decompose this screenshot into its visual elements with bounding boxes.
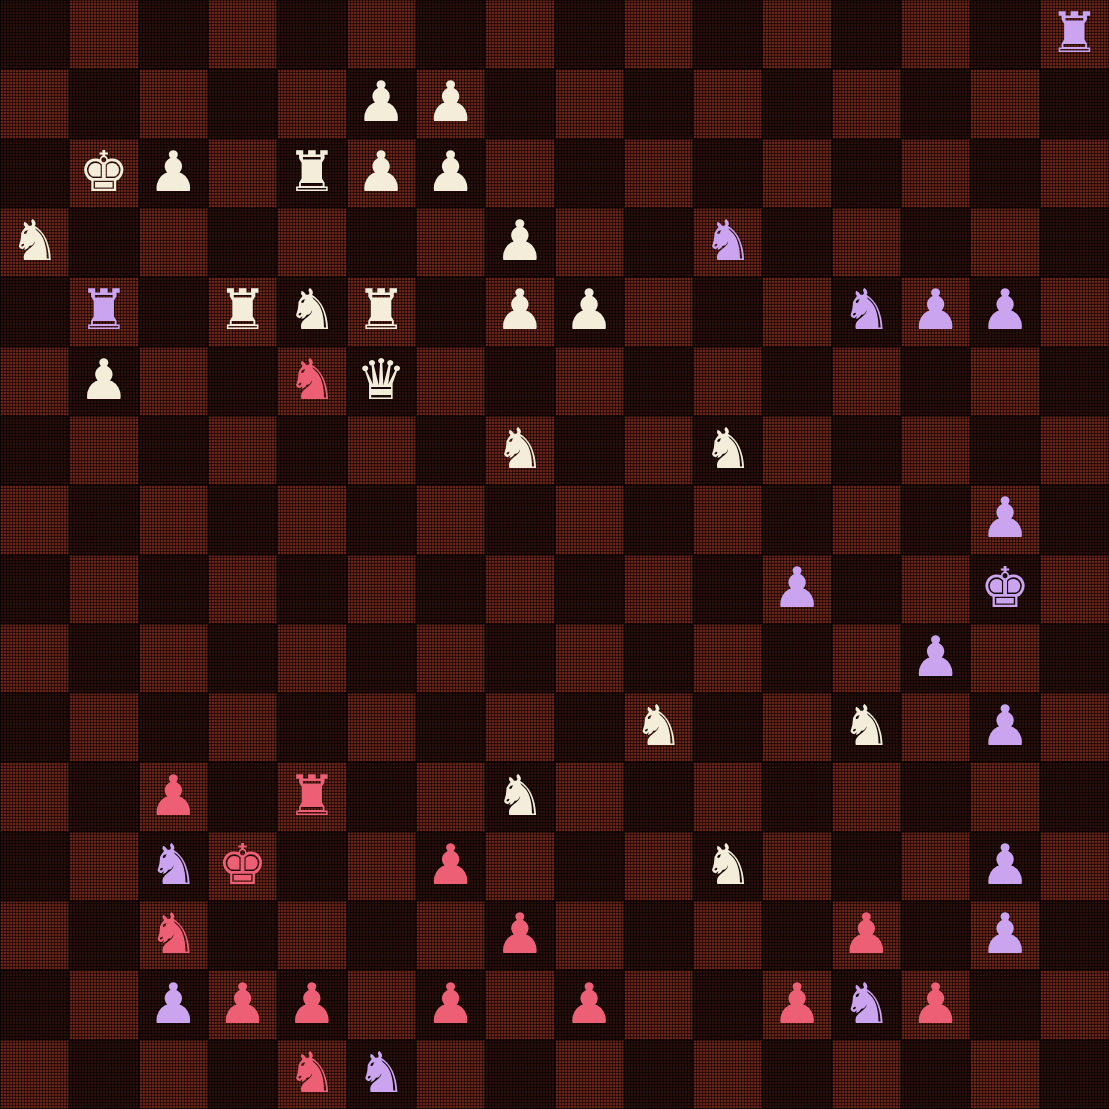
square-r11-c12[interactable] (832, 762, 901, 831)
square-r9-c10[interactable] (693, 624, 762, 693)
square-r0-c15[interactable]: ♜ (1040, 0, 1109, 69)
square-r12-c7[interactable] (485, 832, 554, 901)
square-r10-c6[interactable] (416, 693, 485, 762)
square-r15-c11[interactable] (762, 1040, 831, 1109)
square-r9-c12[interactable] (832, 624, 901, 693)
square-r12-c8[interactable] (555, 832, 624, 901)
square-r13-c9[interactable] (624, 901, 693, 970)
square-r12-c2[interactable]: ♞ (139, 832, 208, 901)
white-pawn: ♟ (356, 137, 406, 206)
square-r10-c0[interactable] (0, 693, 69, 762)
square-r2-c2[interactable]: ♟ (139, 139, 208, 208)
square-r0-c14[interactable] (970, 0, 1039, 69)
square-r2-c0[interactable] (0, 139, 69, 208)
square-r5-c0[interactable] (0, 347, 69, 416)
square-r1-c5[interactable]: ♟ (347, 69, 416, 138)
red-pawn: ♟ (217, 969, 267, 1038)
white-pawn: ♟ (148, 137, 198, 206)
square-r4-c10[interactable] (693, 277, 762, 346)
square-r12-c6[interactable]: ♟ (416, 832, 485, 901)
square-r14-c0[interactable] (0, 970, 69, 1039)
square-r4-c7[interactable]: ♟ (485, 277, 554, 346)
square-r7-c5[interactable] (347, 485, 416, 554)
square-r15-c6[interactable] (416, 1040, 485, 1109)
square-r8-c3[interactable] (208, 555, 277, 624)
square-r4-c2[interactable] (139, 277, 208, 346)
purple-rook: ♜ (1049, 0, 1099, 67)
square-r3-c2[interactable] (139, 208, 208, 277)
square-r3-c1[interactable] (69, 208, 138, 277)
square-r14-c2[interactable]: ♟ (139, 970, 208, 1039)
square-r12-c15[interactable] (1040, 832, 1109, 901)
square-r12-c1[interactable] (69, 832, 138, 901)
square-r10-c5[interactable] (347, 693, 416, 762)
square-r10-c10[interactable] (693, 693, 762, 762)
square-r8-c15[interactable] (1040, 555, 1109, 624)
white-knight: ♞ (495, 761, 545, 830)
square-r8-c11[interactable]: ♟ (762, 555, 831, 624)
square-r3-c9[interactable] (624, 208, 693, 277)
square-r6-c0[interactable] (0, 416, 69, 485)
purple-knight: ♞ (703, 206, 753, 275)
square-r6-c13[interactable] (901, 416, 970, 485)
square-r13-c0[interactable] (0, 901, 69, 970)
square-r9-c3[interactable] (208, 624, 277, 693)
square-r13-c10[interactable] (693, 901, 762, 970)
square-r2-c5[interactable]: ♟ (347, 139, 416, 208)
white-rook: ♜ (217, 275, 267, 344)
square-r10-c8[interactable] (555, 693, 624, 762)
square-r12-c12[interactable] (832, 832, 901, 901)
square-r4-c3[interactable]: ♜ (208, 277, 277, 346)
square-r7-c11[interactable] (762, 485, 831, 554)
square-r4-c1[interactable]: ♜ (69, 277, 138, 346)
square-r7-c12[interactable] (832, 485, 901, 554)
square-r15-c4[interactable]: ♞ (277, 1040, 346, 1109)
square-r14-c7[interactable] (485, 970, 554, 1039)
square-r10-c13[interactable] (901, 693, 970, 762)
square-r15-c3[interactable] (208, 1040, 277, 1109)
square-r4-c15[interactable] (1040, 277, 1109, 346)
purple-pawn: ♟ (980, 483, 1030, 552)
square-r11-c15[interactable] (1040, 762, 1109, 831)
square-r5-c7[interactable] (485, 347, 554, 416)
white-knight: ♞ (495, 414, 545, 483)
square-r14-c9[interactable] (624, 970, 693, 1039)
square-r10-c15[interactable] (1040, 693, 1109, 762)
square-r11-c7[interactable]: ♞ (485, 762, 554, 831)
square-r11-c9[interactable] (624, 762, 693, 831)
square-r15-c14[interactable] (970, 1040, 1039, 1109)
square-r10-c2[interactable] (139, 693, 208, 762)
square-r2-c10[interactable] (693, 139, 762, 208)
purple-pawn: ♟ (980, 691, 1030, 760)
purple-pawn: ♟ (772, 553, 822, 622)
square-r13-c4[interactable] (277, 901, 346, 970)
square-r13-c8[interactable] (555, 901, 624, 970)
square-r13-c3[interactable] (208, 901, 277, 970)
square-r8-c4[interactable] (277, 555, 346, 624)
purple-knight: ♞ (148, 830, 198, 899)
square-r7-c2[interactable] (139, 485, 208, 554)
square-r11-c6[interactable] (416, 762, 485, 831)
square-r5-c10[interactable] (693, 347, 762, 416)
square-r3-c7[interactable]: ♟ (485, 208, 554, 277)
square-r3-c6[interactable] (416, 208, 485, 277)
square-r15-c2[interactable] (139, 1040, 208, 1109)
square-r7-c1[interactable] (69, 485, 138, 554)
square-r9-c7[interactable] (485, 624, 554, 693)
square-r8-c14[interactable]: ♚ (970, 555, 1039, 624)
purple-knight: ♞ (841, 969, 891, 1038)
square-r14-c6[interactable]: ♟ (416, 970, 485, 1039)
square-r6-c9[interactable] (624, 416, 693, 485)
square-r13-c11[interactable] (762, 901, 831, 970)
square-r7-c3[interactable] (208, 485, 277, 554)
square-r15-c5[interactable]: ♞ (347, 1040, 416, 1109)
square-r5-c2[interactable] (139, 347, 208, 416)
square-r8-c5[interactable] (347, 555, 416, 624)
square-r12-c3[interactable]: ♚ (208, 832, 277, 901)
square-r2-c14[interactable] (970, 139, 1039, 208)
square-r0-c4[interactable] (277, 0, 346, 69)
square-r2-c6[interactable]: ♟ (416, 139, 485, 208)
square-r7-c9[interactable] (624, 485, 693, 554)
square-r5-c14[interactable] (970, 347, 1039, 416)
square-r4-c0[interactable] (0, 277, 69, 346)
white-pawn: ♟ (356, 67, 406, 136)
square-r6-c1[interactable] (69, 416, 138, 485)
square-r14-c8[interactable]: ♟ (555, 970, 624, 1039)
square-r6-c15[interactable] (1040, 416, 1109, 485)
square-r4-c9[interactable] (624, 277, 693, 346)
square-r6-c5[interactable] (347, 416, 416, 485)
square-r5-c12[interactable] (832, 347, 901, 416)
square-r13-c7[interactable]: ♟ (485, 901, 554, 970)
square-r12-c10[interactable]: ♞ (693, 832, 762, 901)
square-r15-c10[interactable] (693, 1040, 762, 1109)
square-r10-c14[interactable]: ♟ (970, 693, 1039, 762)
white-king: ♚ (79, 137, 129, 206)
white-pawn: ♟ (425, 67, 475, 136)
square-r2-c8[interactable] (555, 139, 624, 208)
square-r15-c15[interactable] (1040, 1040, 1109, 1109)
square-r1-c6[interactable]: ♟ (416, 69, 485, 138)
square-r12-c5[interactable] (347, 832, 416, 901)
white-knight: ♞ (841, 691, 891, 760)
square-r9-c5[interactable] (347, 624, 416, 693)
square-r14-c15[interactable] (1040, 970, 1109, 1039)
square-r14-c4[interactable]: ♟ (277, 970, 346, 1039)
square-r3-c0[interactable]: ♞ (0, 208, 69, 277)
square-r11-c11[interactable] (762, 762, 831, 831)
square-r0-c10[interactable] (693, 0, 762, 69)
purple-pawn: ♟ (980, 830, 1030, 899)
square-r3-c3[interactable] (208, 208, 277, 277)
square-r1-c13[interactable] (901, 69, 970, 138)
square-r11-c1[interactable] (69, 762, 138, 831)
square-r5-c3[interactable] (208, 347, 277, 416)
purple-pawn: ♟ (148, 969, 198, 1038)
square-r2-c1[interactable]: ♚ (69, 139, 138, 208)
square-r8-c13[interactable] (901, 555, 970, 624)
square-r3-c8[interactable] (555, 208, 624, 277)
white-knight: ♞ (10, 206, 60, 275)
square-r10-c1[interactable] (69, 693, 138, 762)
square-r13-c15[interactable] (1040, 901, 1109, 970)
red-pawn: ♟ (287, 969, 337, 1038)
square-r10-c11[interactable] (762, 693, 831, 762)
square-r11-c5[interactable] (347, 762, 416, 831)
square-r15-c7[interactable] (485, 1040, 554, 1109)
square-r14-c1[interactable] (69, 970, 138, 1039)
red-pawn: ♟ (425, 830, 475, 899)
square-r3-c4[interactable] (277, 208, 346, 277)
square-r13-c1[interactable] (69, 901, 138, 970)
square-r0-c13[interactable] (901, 0, 970, 69)
square-r12-c13[interactable] (901, 832, 970, 901)
square-r5-c6[interactable] (416, 347, 485, 416)
square-r13-c2[interactable]: ♞ (139, 901, 208, 970)
square-r6-c10[interactable]: ♞ (693, 416, 762, 485)
square-r1-c12[interactable] (832, 69, 901, 138)
square-r14-c14[interactable] (970, 970, 1039, 1039)
square-r15-c9[interactable] (624, 1040, 693, 1109)
square-r11-c2[interactable]: ♟ (139, 762, 208, 831)
square-r8-c12[interactable] (832, 555, 901, 624)
square-r9-c9[interactable] (624, 624, 693, 693)
square-r6-c11[interactable] (762, 416, 831, 485)
square-r1-c1[interactable] (69, 69, 138, 138)
square-r5-c4[interactable]: ♞ (277, 347, 346, 416)
square-r13-c5[interactable] (347, 901, 416, 970)
square-r4-c13[interactable]: ♟ (901, 277, 970, 346)
square-r0-c11[interactable] (762, 0, 831, 69)
square-r1-c14[interactable] (970, 69, 1039, 138)
square-r8-c9[interactable] (624, 555, 693, 624)
square-r15-c0[interactable] (0, 1040, 69, 1109)
square-r5-c1[interactable]: ♟ (69, 347, 138, 416)
square-r1-c8[interactable] (555, 69, 624, 138)
red-pawn: ♟ (495, 899, 545, 968)
red-pawn: ♟ (425, 969, 475, 1038)
square-r14-c10[interactable] (693, 970, 762, 1039)
square-r9-c13[interactable]: ♟ (901, 624, 970, 693)
red-pawn: ♟ (841, 899, 891, 968)
square-r9-c8[interactable] (555, 624, 624, 693)
board-wrap: ♜♟♟♚♟♜♟♟♞♟♞♜♜♞♜♟♟♞♟♟♟♞♛♞♞♟♟♚♟♞♞♟♟♜♞♞♚♟♞♟… (0, 0, 1109, 1109)
square-r6-c4[interactable] (277, 416, 346, 485)
square-r14-c13[interactable]: ♟ (901, 970, 970, 1039)
square-r5-c8[interactable] (555, 347, 624, 416)
square-r5-c5[interactable]: ♛ (347, 347, 416, 416)
square-r3-c5[interactable] (347, 208, 416, 277)
square-r7-c10[interactable] (693, 485, 762, 554)
square-r1-c11[interactable] (762, 69, 831, 138)
square-r11-c3[interactable] (208, 762, 277, 831)
square-r7-c13[interactable] (901, 485, 970, 554)
square-r4-c14[interactable]: ♟ (970, 277, 1039, 346)
square-r1-c3[interactable] (208, 69, 277, 138)
square-r2-c9[interactable] (624, 139, 693, 208)
square-r8-c1[interactable] (69, 555, 138, 624)
square-r11-c0[interactable] (0, 762, 69, 831)
square-r0-c7[interactable] (485, 0, 554, 69)
red-knight: ♞ (287, 345, 337, 414)
square-r9-c2[interactable] (139, 624, 208, 693)
square-r13-c13[interactable] (901, 901, 970, 970)
white-pawn: ♟ (425, 137, 475, 206)
square-r14-c12[interactable]: ♞ (832, 970, 901, 1039)
square-r7-c15[interactable] (1040, 485, 1109, 554)
square-r7-c0[interactable] (0, 485, 69, 554)
square-r9-c4[interactable] (277, 624, 346, 693)
purple-pawn: ♟ (980, 275, 1030, 344)
square-r2-c11[interactable] (762, 139, 831, 208)
square-r0-c12[interactable] (832, 0, 901, 69)
square-r2-c12[interactable] (832, 139, 901, 208)
square-r10-c7[interactable] (485, 693, 554, 762)
square-r5-c13[interactable] (901, 347, 970, 416)
square-r6-c2[interactable] (139, 416, 208, 485)
square-r15-c8[interactable] (555, 1040, 624, 1109)
square-r8-c0[interactable] (0, 555, 69, 624)
square-r3-c15[interactable] (1040, 208, 1109, 277)
square-r2-c3[interactable] (208, 139, 277, 208)
square-r10-c9[interactable]: ♞ (624, 693, 693, 762)
square-r8-c8[interactable] (555, 555, 624, 624)
purple-rook: ♜ (79, 275, 129, 344)
square-r12-c14[interactable]: ♟ (970, 832, 1039, 901)
square-r6-c3[interactable] (208, 416, 277, 485)
square-r0-c6[interactable] (416, 0, 485, 69)
square-r1-c2[interactable] (139, 69, 208, 138)
square-r11-c8[interactable] (555, 762, 624, 831)
square-r5-c11[interactable] (762, 347, 831, 416)
square-r1-c9[interactable] (624, 69, 693, 138)
square-r7-c14[interactable]: ♟ (970, 485, 1039, 554)
white-queen: ♛ (356, 345, 406, 414)
red-knight: ♞ (148, 899, 198, 968)
white-rook: ♜ (287, 137, 337, 206)
square-r13-c6[interactable] (416, 901, 485, 970)
white-knight: ♞ (703, 830, 753, 899)
square-r9-c1[interactable] (69, 624, 138, 693)
square-r4-c8[interactable]: ♟ (555, 277, 624, 346)
square-r15-c13[interactable] (901, 1040, 970, 1109)
square-r12-c4[interactable] (277, 832, 346, 901)
square-r11-c4[interactable]: ♜ (277, 762, 346, 831)
square-r8-c10[interactable] (693, 555, 762, 624)
square-r14-c5[interactable] (347, 970, 416, 1039)
square-r0-c3[interactable] (208, 0, 277, 69)
square-r4-c6[interactable] (416, 277, 485, 346)
square-r6-c12[interactable] (832, 416, 901, 485)
square-r2-c13[interactable] (901, 139, 970, 208)
square-r10-c4[interactable] (277, 693, 346, 762)
square-r0-c1[interactable] (69, 0, 138, 69)
square-r0-c9[interactable] (624, 0, 693, 69)
square-r11-c14[interactable] (970, 762, 1039, 831)
square-r7-c6[interactable] (416, 485, 485, 554)
square-r12-c11[interactable] (762, 832, 831, 901)
square-r6-c8[interactable] (555, 416, 624, 485)
square-r0-c2[interactable] (139, 0, 208, 69)
square-r12-c0[interactable] (0, 832, 69, 901)
square-r2-c4[interactable]: ♜ (277, 139, 346, 208)
square-r1-c4[interactable] (277, 69, 346, 138)
white-pawn: ♟ (79, 345, 129, 414)
square-r5-c9[interactable] (624, 347, 693, 416)
square-r14-c11[interactable]: ♟ (762, 970, 831, 1039)
square-r1-c15[interactable] (1040, 69, 1109, 138)
square-r11-c13[interactable] (901, 762, 970, 831)
square-r6-c6[interactable] (416, 416, 485, 485)
square-r4-c12[interactable]: ♞ (832, 277, 901, 346)
square-r1-c7[interactable] (485, 69, 554, 138)
square-r8-c7[interactable] (485, 555, 554, 624)
square-r3-c14[interactable] (970, 208, 1039, 277)
square-r9-c11[interactable] (762, 624, 831, 693)
square-r7-c7[interactable] (485, 485, 554, 554)
white-knight: ♞ (633, 691, 683, 760)
square-r9-c0[interactable] (0, 624, 69, 693)
square-r9-c14[interactable] (970, 624, 1039, 693)
square-r3-c11[interactable] (762, 208, 831, 277)
square-r0-c5[interactable] (347, 0, 416, 69)
red-knight: ♞ (287, 1038, 337, 1107)
square-r3-c13[interactable] (901, 208, 970, 277)
red-pawn: ♟ (564, 969, 614, 1038)
square-r1-c0[interactable] (0, 69, 69, 138)
square-r7-c8[interactable] (555, 485, 624, 554)
red-pawn: ♟ (148, 761, 198, 830)
square-r6-c14[interactable] (970, 416, 1039, 485)
square-r0-c0[interactable] (0, 0, 69, 69)
square-r14-c3[interactable]: ♟ (208, 970, 277, 1039)
white-rook: ♜ (356, 275, 406, 344)
square-r4-c4[interactable]: ♞ (277, 277, 346, 346)
square-r15-c12[interactable] (832, 1040, 901, 1109)
square-r4-c5[interactable]: ♜ (347, 277, 416, 346)
square-r2-c15[interactable] (1040, 139, 1109, 208)
square-r4-c11[interactable] (762, 277, 831, 346)
square-r9-c15[interactable] (1040, 624, 1109, 693)
white-pawn: ♟ (495, 206, 545, 275)
square-r11-c10[interactable] (693, 762, 762, 831)
square-r6-c7[interactable]: ♞ (485, 416, 554, 485)
square-r15-c1[interactable] (69, 1040, 138, 1109)
square-r3-c12[interactable] (832, 208, 901, 277)
square-r3-c10[interactable]: ♞ (693, 208, 762, 277)
square-r0-c8[interactable] (555, 0, 624, 69)
white-pawn: ♟ (564, 275, 614, 344)
square-r2-c7[interactable] (485, 139, 554, 208)
square-r1-c10[interactable] (693, 69, 762, 138)
square-r8-c6[interactable] (416, 555, 485, 624)
square-r12-c9[interactable] (624, 832, 693, 901)
red-pawn: ♟ (772, 969, 822, 1038)
square-r7-c4[interactable] (277, 485, 346, 554)
white-pawn: ♟ (495, 275, 545, 344)
square-r8-c2[interactable] (139, 555, 208, 624)
square-r10-c12[interactable]: ♞ (832, 693, 901, 762)
square-r13-c12[interactable]: ♟ (832, 901, 901, 970)
square-r9-c6[interactable] (416, 624, 485, 693)
square-r10-c3[interactable] (208, 693, 277, 762)
square-r5-c15[interactable] (1040, 347, 1109, 416)
square-r13-c14[interactable]: ♟ (970, 901, 1039, 970)
